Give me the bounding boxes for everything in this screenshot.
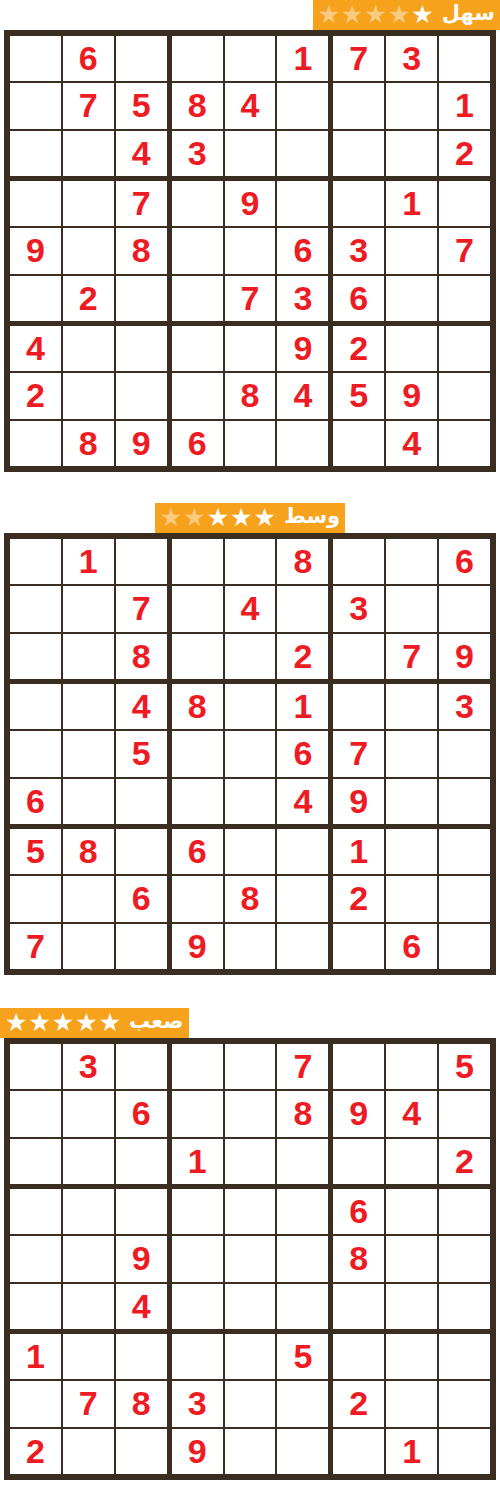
- cell-r2c3[interactable]: 7: [116, 586, 167, 631]
- cell-r9c4[interactable]: 6: [172, 421, 223, 466]
- cell-r4c1[interactable]: [10, 1189, 61, 1234]
- box-3: 7312: [333, 36, 490, 176]
- cell-r2c6[interactable]: [277, 586, 328, 631]
- cell-r4c3[interactable]: 4: [116, 684, 167, 729]
- cell-r6c1[interactable]: 6: [10, 779, 61, 824]
- cell-r1c1[interactable]: [10, 36, 61, 81]
- cell-r7c1[interactable]: 4: [10, 326, 61, 371]
- cell-r2c1[interactable]: [10, 83, 61, 128]
- cell-r4c7[interactable]: [333, 181, 384, 226]
- cell-r8c9[interactable]: [439, 373, 490, 418]
- cell-r4c4[interactable]: 8: [172, 684, 223, 729]
- cell-r5c3[interactable]: 9: [116, 1236, 167, 1281]
- cell-r8c7[interactable]: 2: [333, 1381, 384, 1426]
- cell-r5c6[interactable]: [277, 1236, 328, 1281]
- cell-r5c8[interactable]: [386, 228, 437, 273]
- cell-r8c2[interactable]: 7: [63, 1381, 114, 1426]
- cell-r1c7[interactable]: 7: [333, 36, 384, 81]
- cell-r3c3[interactable]: [116, 1139, 167, 1184]
- cell-r9c2[interactable]: [63, 1429, 114, 1474]
- cell-r2c4[interactable]: 8: [172, 83, 223, 128]
- cell-r8c4[interactable]: 3: [172, 1381, 223, 1426]
- cell-r2c1[interactable]: [10, 1091, 61, 1136]
- cell-r3c8[interactable]: [386, 1139, 437, 1184]
- box-7: 5867: [10, 829, 167, 969]
- cell-r7c7[interactable]: 1: [333, 829, 384, 874]
- cell-r1c2[interactable]: 6: [63, 36, 114, 81]
- box-9: 21: [333, 1334, 490, 1474]
- cell-r6c6[interactable]: 3: [277, 276, 328, 321]
- sudoku-board-medium: 178842637945681643795867689126: [4, 533, 496, 975]
- cell-r5c1[interactable]: 9: [10, 228, 61, 273]
- cell-r2c3[interactable]: 5: [116, 83, 167, 128]
- cell-r3c1[interactable]: [10, 1139, 61, 1184]
- cell-r9c4[interactable]: 9: [172, 924, 223, 969]
- cell-r9c6[interactable]: [277, 1429, 328, 1474]
- cell-r6c3[interactable]: [116, 779, 167, 824]
- difficulty-badge-row-medium: ★★★★★ وسط: [0, 503, 500, 533]
- cell-r6c5[interactable]: [225, 779, 276, 824]
- cell-r1c8[interactable]: [386, 539, 437, 584]
- cell-r1c3[interactable]: [116, 1044, 167, 1089]
- cell-r6c5[interactable]: [225, 1284, 276, 1329]
- star-empty-icon: ★: [183, 504, 206, 532]
- box-3: 5942: [333, 1044, 490, 1184]
- cell-r2c8[interactable]: [386, 586, 437, 631]
- cell-r3c7[interactable]: [333, 1139, 384, 1184]
- cell-r6c7[interactable]: 6: [333, 276, 384, 321]
- cell-r2c5[interactable]: [225, 1091, 276, 1136]
- cell-r8c1[interactable]: [10, 1381, 61, 1426]
- cell-r6c4[interactable]: [172, 1284, 223, 1329]
- cell-r8c6[interactable]: [277, 1381, 328, 1426]
- cell-r4c8[interactable]: [386, 1189, 437, 1234]
- cell-r1c4[interactable]: [172, 1044, 223, 1089]
- cell-r9c8[interactable]: 1: [386, 1429, 437, 1474]
- cell-r9c1[interactable]: 7: [10, 924, 61, 969]
- cell-r7c3[interactable]: [116, 829, 167, 874]
- box-6: 68: [333, 1189, 490, 1329]
- cell-r1c5[interactable]: [225, 1044, 276, 1089]
- cell-r6c9[interactable]: [439, 276, 490, 321]
- cell-r9c7[interactable]: [333, 1429, 384, 1474]
- cell-r3c5[interactable]: [225, 1139, 276, 1184]
- cell-r3c5[interactable]: [225, 131, 276, 176]
- cell-r5c7[interactable]: 8: [333, 1236, 384, 1281]
- cell-r8c1[interactable]: [10, 876, 61, 921]
- star-filled-icon: ★: [411, 1, 434, 29]
- star-empty-icon: ★: [388, 1, 411, 29]
- cell-r9c9[interactable]: [439, 1429, 490, 1474]
- cell-r7c6[interactable]: 5: [277, 1334, 328, 1379]
- cell-r2c8[interactable]: [386, 83, 437, 128]
- cell-r8c8[interactable]: [386, 1381, 437, 1426]
- star-empty-icon: ★: [160, 504, 183, 532]
- cell-r2c8[interactable]: 4: [386, 1091, 437, 1136]
- cell-r4c2[interactable]: [63, 181, 114, 226]
- cell-r9c5[interactable]: [225, 1429, 276, 1474]
- cell-r5c4[interactable]: [172, 228, 223, 273]
- difficulty-badge-hard: ★★★★★ صعب: [0, 1008, 189, 1038]
- cell-r2c9[interactable]: [439, 1091, 490, 1136]
- cell-r5c7[interactable]: 7: [333, 731, 384, 776]
- cell-r8c6[interactable]: 4: [277, 373, 328, 418]
- box-3: 6379: [333, 539, 490, 679]
- cell-r7c4[interactable]: [172, 326, 223, 371]
- cell-r1c9[interactable]: 6: [439, 539, 490, 584]
- cell-r1c8[interactable]: 3: [386, 36, 437, 81]
- cell-r1c9[interactable]: [439, 36, 490, 81]
- cell-r5c3[interactable]: 8: [116, 228, 167, 273]
- difficulty-badge-row-easy: ★★★★★ سهل: [0, 0, 500, 30]
- cell-r4c5[interactable]: [225, 684, 276, 729]
- cell-r2c7[interactable]: 3: [333, 586, 384, 631]
- cell-r5c4[interactable]: [172, 1236, 223, 1281]
- cell-r3c2[interactable]: [63, 1139, 114, 1184]
- cell-r7c9[interactable]: [439, 1334, 490, 1379]
- cell-r5c4[interactable]: [172, 731, 223, 776]
- cell-r6c7[interactable]: [333, 1284, 384, 1329]
- cell-r4c7[interactable]: 6: [333, 1189, 384, 1234]
- cell-r9c9[interactable]: [439, 924, 490, 969]
- star-empty-icon: ★: [364, 1, 387, 29]
- cell-r6c3[interactable]: 4: [116, 1284, 167, 1329]
- cell-r4c1[interactable]: [10, 181, 61, 226]
- cell-r8c5[interactable]: 8: [225, 876, 276, 921]
- cell-r6c1[interactable]: [10, 276, 61, 321]
- cell-r1c8[interactable]: [386, 1044, 437, 1089]
- cell-r3c1[interactable]: [10, 634, 61, 679]
- star-filled-icon: ★: [230, 504, 253, 532]
- cell-r5c2[interactable]: [63, 731, 114, 776]
- cell-r1c3[interactable]: [116, 36, 167, 81]
- cell-r5c2[interactable]: [63, 228, 114, 273]
- cell-r5c3[interactable]: 5: [116, 731, 167, 776]
- cell-r4c3[interactable]: [116, 1189, 167, 1234]
- cell-r9c6[interactable]: [277, 924, 328, 969]
- cell-r7c6[interactable]: 9: [277, 326, 328, 371]
- cell-r8c1[interactable]: 2: [10, 373, 61, 418]
- cell-r6c9[interactable]: [439, 1284, 490, 1329]
- box-5: 9673: [172, 181, 329, 321]
- difficulty-label: صعب: [129, 1008, 183, 1038]
- cell-r9c1[interactable]: [10, 421, 61, 466]
- cell-r1c4[interactable]: [172, 539, 223, 584]
- cell-r7c4[interactable]: [172, 1334, 223, 1379]
- cell-r7c3[interactable]: [116, 326, 167, 371]
- cell-r4c2[interactable]: [63, 1189, 114, 1234]
- cell-r9c3[interactable]: [116, 1429, 167, 1474]
- cell-r2c3[interactable]: 6: [116, 1091, 167, 1136]
- cell-r5c9[interactable]: 7: [439, 228, 490, 273]
- cell-r6c8[interactable]: [386, 1284, 437, 1329]
- cell-r7c5[interactable]: [225, 1334, 276, 1379]
- cell-r8c8[interactable]: [386, 876, 437, 921]
- cell-r8c3[interactable]: 8: [116, 1381, 167, 1426]
- cell-r3c7[interactable]: [333, 634, 384, 679]
- cell-r9c2[interactable]: [63, 924, 114, 969]
- cell-r7c7[interactable]: [333, 1334, 384, 1379]
- cell-r3c8[interactable]: [386, 131, 437, 176]
- cell-r4c9[interactable]: [439, 1189, 490, 1234]
- cell-r7c7[interactable]: 2: [333, 326, 384, 371]
- cell-r9c5[interactable]: [225, 924, 276, 969]
- star-filled-icon: ★: [52, 1009, 75, 1037]
- cell-r5c6[interactable]: 6: [277, 731, 328, 776]
- cell-r5c9[interactable]: [439, 1236, 490, 1281]
- cell-r4c6[interactable]: 1: [277, 684, 328, 729]
- cell-r3c6[interactable]: 2: [277, 634, 328, 679]
- cell-r8c7[interactable]: 5: [333, 373, 384, 418]
- star-filled-icon: ★: [5, 1009, 28, 1037]
- cell-r4c7[interactable]: [333, 684, 384, 729]
- cell-r1c9[interactable]: 5: [439, 1044, 490, 1089]
- star-filled-icon: ★: [28, 1009, 51, 1037]
- cell-r7c5[interactable]: [225, 326, 276, 371]
- cell-r1c3[interactable]: [116, 539, 167, 584]
- cell-r5c7[interactable]: 3: [333, 228, 384, 273]
- difficulty-badge-easy: ★★★★★ سهل: [313, 0, 500, 30]
- cell-r2c2[interactable]: 7: [63, 83, 114, 128]
- cell-r7c8[interactable]: [386, 1334, 437, 1379]
- puzzle-hard: ★★★★★ صعب 3678159429468178253921: [0, 1008, 500, 1480]
- cell-r1c7[interactable]: [333, 1044, 384, 1089]
- cell-r7c6[interactable]: [277, 829, 328, 874]
- cell-r1c2[interactable]: 1: [63, 539, 114, 584]
- cell-r3c1[interactable]: [10, 131, 61, 176]
- cell-r3c2[interactable]: [63, 131, 114, 176]
- cell-r2c4[interactable]: [172, 1091, 223, 1136]
- difficulty-label: وسط: [284, 503, 340, 533]
- cell-r7c5[interactable]: [225, 829, 276, 874]
- box-8: 539: [172, 1334, 329, 1474]
- cell-r7c1[interactable]: 1: [10, 1334, 61, 1379]
- cell-r6c4[interactable]: [172, 276, 223, 321]
- cell-r8c5[interactable]: [225, 1381, 276, 1426]
- cell-r4c8[interactable]: 1: [386, 181, 437, 226]
- cell-r9c5[interactable]: [225, 421, 276, 466]
- cell-r2c4[interactable]: [172, 586, 223, 631]
- cell-r8c9[interactable]: [439, 1381, 490, 1426]
- box-2: 1843: [172, 36, 329, 176]
- cell-r1c4[interactable]: [172, 36, 223, 81]
- cell-r6c8[interactable]: [386, 779, 437, 824]
- cell-r1c5[interactable]: [225, 539, 276, 584]
- cell-r7c3[interactable]: [116, 1334, 167, 1379]
- cell-r4c5[interactable]: 9: [225, 181, 276, 226]
- cell-r8c7[interactable]: 2: [333, 876, 384, 921]
- cell-r9c7[interactable]: [333, 421, 384, 466]
- cell-r4c4[interactable]: [172, 1189, 223, 1234]
- cell-r8c5[interactable]: 8: [225, 373, 276, 418]
- sudoku-board-easy: 675418437312798296731376428998462594: [4, 30, 496, 472]
- cell-r9c4[interactable]: 9: [172, 1429, 223, 1474]
- cell-r9c8[interactable]: 4: [386, 421, 437, 466]
- cell-r3c9[interactable]: 9: [439, 634, 490, 679]
- cell-r5c8[interactable]: [386, 1236, 437, 1281]
- cell-r9c7[interactable]: [333, 924, 384, 969]
- cell-r1c1[interactable]: [10, 539, 61, 584]
- cell-r7c2[interactable]: 8: [63, 829, 114, 874]
- cell-r9c2[interactable]: 8: [63, 421, 114, 466]
- cell-r9c1[interactable]: 2: [10, 1429, 61, 1474]
- cell-r8c3[interactable]: 6: [116, 876, 167, 921]
- cell-r7c4[interactable]: 6: [172, 829, 223, 874]
- cell-r2c6[interactable]: 8: [277, 1091, 328, 1136]
- cell-r2c9[interactable]: 1: [439, 83, 490, 128]
- cell-r7c8[interactable]: [386, 829, 437, 874]
- page-bottom-margin: [0, 1480, 500, 1486]
- box-9: 2594: [333, 326, 490, 466]
- cell-r6c7[interactable]: 9: [333, 779, 384, 824]
- box-7: 1782: [10, 1334, 167, 1474]
- cell-r5c5[interactable]: [225, 1236, 276, 1281]
- cell-r7c2[interactable]: [63, 326, 114, 371]
- cell-r3c5[interactable]: [225, 634, 276, 679]
- puzzle-easy: ★★★★★ سهل 675418437312798296731376428998…: [0, 0, 500, 472]
- difficulty-label: سهل: [442, 0, 495, 30]
- cell-r7c2[interactable]: [63, 1334, 114, 1379]
- cell-r5c5[interactable]: [225, 731, 276, 776]
- cell-r8c9[interactable]: [439, 876, 490, 921]
- cell-r1c7[interactable]: [333, 539, 384, 584]
- cell-r8c4[interactable]: [172, 373, 223, 418]
- cell-r3c6[interactable]: [277, 1139, 328, 1184]
- cell-r9c3[interactable]: [116, 924, 167, 969]
- cell-r3c4[interactable]: 1: [172, 1139, 223, 1184]
- cell-r8c3[interactable]: [116, 373, 167, 418]
- cell-r2c1[interactable]: [10, 586, 61, 631]
- cell-r5c1[interactable]: [10, 1236, 61, 1281]
- cell-r5c8[interactable]: [386, 731, 437, 776]
- cell-r6c6[interactable]: [277, 1284, 328, 1329]
- cell-r1c5[interactable]: [225, 36, 276, 81]
- cell-r2c5[interactable]: 4: [225, 586, 276, 631]
- cell-r3c4[interactable]: 3: [172, 131, 223, 176]
- cell-r4c5[interactable]: [225, 1189, 276, 1234]
- cell-r6c3[interactable]: [116, 276, 167, 321]
- star-empty-icon: ★: [318, 1, 341, 29]
- cell-r2c9[interactable]: [439, 586, 490, 631]
- box-9: 126: [333, 829, 490, 969]
- box-2: 842: [172, 539, 329, 679]
- box-4: 94: [10, 1189, 167, 1329]
- cell-r9c9[interactable]: [439, 421, 490, 466]
- cell-r6c8[interactable]: [386, 276, 437, 321]
- star-filled-icon: ★: [207, 504, 230, 532]
- cell-r8c6[interactable]: [277, 876, 328, 921]
- cell-r4c6[interactable]: [277, 181, 328, 226]
- cell-r2c5[interactable]: 4: [225, 83, 276, 128]
- cell-r3c3[interactable]: 4: [116, 131, 167, 176]
- cell-r2c2[interactable]: [63, 1091, 114, 1136]
- box-4: 456: [10, 684, 167, 824]
- box-1: 178: [10, 539, 167, 679]
- box-5: [172, 1189, 329, 1329]
- box-5: 8164: [172, 684, 329, 824]
- cell-r6c2[interactable]: [63, 1284, 114, 1329]
- star-filled-icon: ★: [99, 1009, 122, 1037]
- cell-r3c7[interactable]: [333, 131, 384, 176]
- puzzle-medium: ★★★★★ وسط 178842637945681643795867689126: [0, 503, 500, 975]
- cell-r7c8[interactable]: [386, 326, 437, 371]
- cell-r1c6[interactable]: 1: [277, 36, 328, 81]
- cell-r7c9[interactable]: [439, 326, 490, 371]
- cell-r4c2[interactable]: [63, 684, 114, 729]
- box-2: 781: [172, 1044, 329, 1184]
- cell-r2c7[interactable]: [333, 83, 384, 128]
- cell-r5c9[interactable]: [439, 731, 490, 776]
- cell-r1c1[interactable]: [10, 1044, 61, 1089]
- cell-r5c1[interactable]: [10, 731, 61, 776]
- cell-r6c5[interactable]: 7: [225, 276, 276, 321]
- box-1: 6754: [10, 36, 167, 176]
- box-4: 7982: [10, 181, 167, 321]
- cell-r6c9[interactable]: [439, 779, 490, 824]
- cell-r3c8[interactable]: 7: [386, 634, 437, 679]
- cell-r1c6[interactable]: 8: [277, 539, 328, 584]
- cell-r1c2[interactable]: 3: [63, 1044, 114, 1089]
- difficulty-badge-row-hard: ★★★★★ صعب: [0, 1008, 500, 1038]
- cell-r3c2[interactable]: [63, 634, 114, 679]
- cell-r4c8[interactable]: [386, 684, 437, 729]
- star-empty-icon: ★: [341, 1, 364, 29]
- cell-r4c9[interactable]: 3: [439, 684, 490, 729]
- cell-r4c1[interactable]: [10, 684, 61, 729]
- cell-r2c7[interactable]: 9: [333, 1091, 384, 1136]
- difficulty-badge-medium: ★★★★★ وسط: [155, 503, 345, 533]
- box-6: 1376: [333, 181, 490, 321]
- star-filled-icon: ★: [75, 1009, 98, 1037]
- cell-r6c1[interactable]: [10, 1284, 61, 1329]
- cell-r2c6[interactable]: [277, 83, 328, 128]
- cell-r6c6[interactable]: 4: [277, 779, 328, 824]
- cell-r3c4[interactable]: [172, 634, 223, 679]
- cell-r8c8[interactable]: 9: [386, 373, 437, 418]
- cell-r5c5[interactable]: [225, 228, 276, 273]
- cell-r7c1[interactable]: 5: [10, 829, 61, 874]
- cell-r3c6[interactable]: [277, 131, 328, 176]
- box-6: 379: [333, 684, 490, 824]
- cell-r6c2[interactable]: 2: [63, 276, 114, 321]
- cell-r1c6[interactable]: 7: [277, 1044, 328, 1089]
- box-7: 4289: [10, 326, 167, 466]
- cell-r8c2[interactable]: [63, 876, 114, 921]
- cell-r9c3[interactable]: 9: [116, 421, 167, 466]
- cell-r8c2[interactable]: [63, 373, 114, 418]
- cell-r5c6[interactable]: 6: [277, 228, 328, 273]
- cell-r9c8[interactable]: 6: [386, 924, 437, 969]
- cell-r6c2[interactable]: [63, 779, 114, 824]
- box-8: 9846: [172, 326, 329, 466]
- cell-r4c6[interactable]: [277, 1189, 328, 1234]
- cell-r3c9[interactable]: 2: [439, 1139, 490, 1184]
- cell-r4c4[interactable]: [172, 181, 223, 226]
- sudoku-board-hard: 3678159429468178253921: [4, 1038, 496, 1480]
- cell-r8c4[interactable]: [172, 876, 223, 921]
- cell-r5c2[interactable]: [63, 1236, 114, 1281]
- cell-r7c9[interactable]: [439, 829, 490, 874]
- cell-r6c4[interactable]: [172, 779, 223, 824]
- star-rating: ★★★★★: [5, 1009, 122, 1037]
- cell-r3c3[interactable]: 8: [116, 634, 167, 679]
- cell-r2c2[interactable]: [63, 586, 114, 631]
- cell-r4c9[interactable]: [439, 181, 490, 226]
- cell-r3c9[interactable]: 2: [439, 131, 490, 176]
- star-filled-icon: ★: [254, 504, 277, 532]
- cell-r4c3[interactable]: 7: [116, 181, 167, 226]
- cell-r9c6[interactable]: [277, 421, 328, 466]
